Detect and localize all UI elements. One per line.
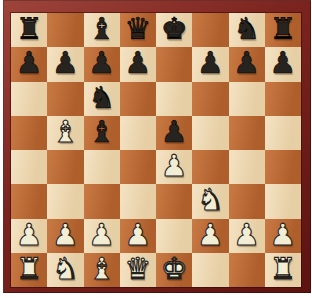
square-h2[interactable]: ♟ [265,219,301,253]
black-pawn-piece[interactable]: ♟ [124,48,151,78]
square-c7[interactable]: ♟ [84,47,120,81]
square-d7[interactable]: ♟ [120,47,156,81]
square-h7[interactable]: ♟ [265,47,301,81]
square-a1[interactable]: ♜ [11,253,47,287]
square-f4[interactable] [192,150,228,184]
square-f2[interactable]: ♟ [192,219,228,253]
square-h1[interactable]: ♜ [265,253,301,287]
square-c8[interactable]: ♝ [84,13,120,47]
square-c4[interactable] [84,150,120,184]
board-frame: ♜♝♛♚♞♜♟♟♟♟♟♟♟♞♝♝♟♟♞♟♟♟♟♟♟♟♜♞♝♛♚♜ [3,0,311,293]
black-pawn-piece[interactable]: ♟ [197,48,224,78]
square-a6[interactable] [11,82,47,116]
square-e1[interactable]: ♚ [156,253,192,287]
square-c6[interactable]: ♞ [84,82,120,116]
white-pawn-piece[interactable]: ♟ [233,220,260,250]
square-b4[interactable] [47,150,83,184]
square-e6[interactable] [156,82,192,116]
white-pawn-piece[interactable]: ♟ [88,220,115,250]
white-rook-piece[interactable]: ♜ [16,254,43,284]
square-f8[interactable] [192,13,228,47]
white-rook-piece[interactable]: ♜ [269,254,296,284]
square-g7[interactable]: ♟ [229,47,265,81]
square-d4[interactable] [120,150,156,184]
square-a8[interactable]: ♜ [11,13,47,47]
square-a5[interactable] [11,116,47,150]
black-rook-piece[interactable]: ♜ [269,14,296,44]
black-knight-piece[interactable]: ♞ [233,14,260,44]
square-h8[interactable]: ♜ [265,13,301,47]
white-bishop-piece[interactable]: ♝ [52,117,79,147]
white-knight-piece[interactable]: ♞ [52,254,79,284]
square-h3[interactable] [265,184,301,218]
square-b8[interactable] [47,13,83,47]
square-d6[interactable] [120,82,156,116]
chess-board: ♜♝♛♚♞♜♟♟♟♟♟♟♟♞♝♝♟♟♞♟♟♟♟♟♟♟♜♞♝♛♚♜ [11,13,301,287]
black-pawn-piece[interactable]: ♟ [269,48,296,78]
square-a4[interactable] [11,150,47,184]
square-h5[interactable] [265,116,301,150]
square-d3[interactable] [120,184,156,218]
square-e5[interactable]: ♟ [156,116,192,150]
square-g6[interactable] [229,82,265,116]
black-knight-piece[interactable]: ♞ [88,83,115,113]
square-b1[interactable]: ♞ [47,253,83,287]
black-rook-piece[interactable]: ♜ [16,14,43,44]
square-e7[interactable] [156,47,192,81]
black-pawn-piece[interactable]: ♟ [233,48,260,78]
square-g8[interactable]: ♞ [229,13,265,47]
square-d8[interactable]: ♛ [120,13,156,47]
square-g3[interactable] [229,184,265,218]
square-c2[interactable]: ♟ [84,219,120,253]
black-pawn-piece[interactable]: ♟ [16,48,43,78]
white-pawn-piece[interactable]: ♟ [161,151,188,181]
black-pawn-piece[interactable]: ♟ [52,48,79,78]
white-pawn-piece[interactable]: ♟ [52,220,79,250]
black-bishop-piece[interactable]: ♝ [88,14,115,44]
square-h6[interactable] [265,82,301,116]
square-e4[interactable]: ♟ [156,150,192,184]
square-b6[interactable] [47,82,83,116]
black-bishop-piece[interactable]: ♝ [88,117,115,147]
white-pawn-piece[interactable]: ♟ [124,220,151,250]
square-b7[interactable]: ♟ [47,47,83,81]
square-f7[interactable]: ♟ [192,47,228,81]
square-g2[interactable]: ♟ [229,219,265,253]
square-h4[interactable] [265,150,301,184]
white-pawn-piece[interactable]: ♟ [197,220,224,250]
square-g4[interactable] [229,150,265,184]
square-b2[interactable]: ♟ [47,219,83,253]
square-f6[interactable] [192,82,228,116]
square-a3[interactable] [11,184,47,218]
white-bishop-piece[interactable]: ♝ [88,254,115,284]
black-pawn-piece[interactable]: ♟ [88,48,115,78]
square-d5[interactable] [120,116,156,150]
white-king-piece[interactable]: ♚ [161,254,188,284]
black-pawn-piece[interactable]: ♟ [161,117,188,147]
square-f1[interactable] [192,253,228,287]
square-a2[interactable]: ♟ [11,219,47,253]
square-d2[interactable]: ♟ [120,219,156,253]
square-c1[interactable]: ♝ [84,253,120,287]
square-b5[interactable]: ♝ [47,116,83,150]
white-pawn-piece[interactable]: ♟ [16,220,43,250]
white-queen-piece[interactable]: ♛ [124,254,151,284]
square-g1[interactable] [229,253,265,287]
square-g5[interactable] [229,116,265,150]
square-c5[interactable]: ♝ [84,116,120,150]
square-e8[interactable]: ♚ [156,13,192,47]
black-king-piece[interactable]: ♚ [161,14,188,44]
square-d1[interactable]: ♛ [120,253,156,287]
square-a7[interactable]: ♟ [11,47,47,81]
square-c3[interactable] [84,184,120,218]
black-queen-piece[interactable]: ♛ [124,14,151,44]
square-b3[interactable] [47,184,83,218]
page: ♜♝♛♚♞♜♟♟♟♟♟♟♟♞♝♝♟♟♞♟♟♟♟♟♟♟♜♞♝♛♚♜ [0,0,312,298]
white-pawn-piece[interactable]: ♟ [269,220,296,250]
square-e2[interactable] [156,219,192,253]
white-knight-piece[interactable]: ♞ [197,185,224,215]
square-f5[interactable] [192,116,228,150]
square-e3[interactable] [156,184,192,218]
square-f3[interactable]: ♞ [192,184,228,218]
